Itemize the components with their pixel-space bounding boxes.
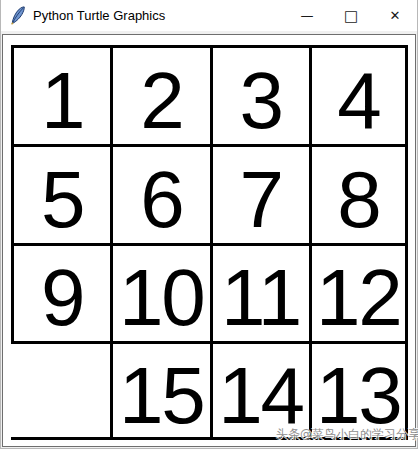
tile-6[interactable]: 6 bbox=[110, 144, 209, 243]
close-button[interactable]: ✕ bbox=[373, 0, 417, 31]
minimize-button[interactable]: — bbox=[285, 0, 329, 31]
tile-15[interactable]: 15 bbox=[110, 341, 209, 440]
window-controls: — □ ✕ bbox=[285, 0, 417, 31]
tile-5[interactable]: 5 bbox=[11, 144, 110, 243]
empty-cell bbox=[11, 341, 110, 440]
tile-3[interactable]: 3 bbox=[210, 45, 309, 144]
title-bar: Python Turtle Graphics — □ ✕ bbox=[1, 0, 417, 31]
tile-2[interactable]: 2 bbox=[110, 45, 209, 144]
tile-10[interactable]: 10 bbox=[110, 243, 209, 342]
tk-feather-icon bbox=[10, 6, 26, 25]
tile-8[interactable]: 8 bbox=[309, 144, 408, 243]
tile-1[interactable]: 1 bbox=[11, 45, 110, 144]
tile-4[interactable]: 4 bbox=[309, 45, 408, 144]
tile-7[interactable]: 7 bbox=[210, 144, 309, 243]
window-title: Python Turtle Graphics bbox=[33, 8, 165, 23]
board: 123456789101112151413 bbox=[11, 45, 408, 440]
watermark-text: 头条@菜鸟小白的学习分享 bbox=[276, 426, 418, 443]
tile-9[interactable]: 9 bbox=[11, 243, 110, 342]
turtle-canvas: 123456789101112151413 bbox=[2, 34, 416, 447]
turtle-graphics-window: Python Turtle Graphics — □ ✕ 12345678910… bbox=[0, 0, 418, 449]
tile-12[interactable]: 12 bbox=[309, 243, 408, 342]
maximize-button[interactable]: □ bbox=[329, 0, 373, 31]
tile-11[interactable]: 11 bbox=[210, 243, 309, 342]
